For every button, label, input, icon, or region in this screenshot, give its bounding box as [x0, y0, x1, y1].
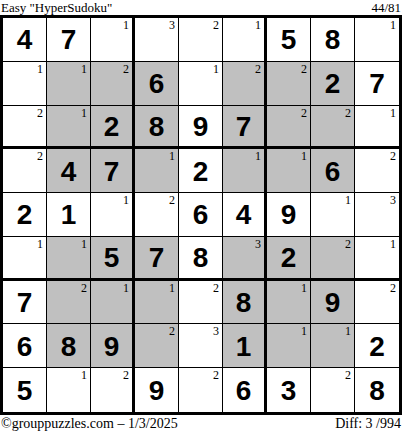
- cell-r1c7: 5: [267, 18, 311, 62]
- given-digit: 6: [236, 377, 252, 405]
- corner-mark: 2: [37, 149, 43, 163]
- cell-r3c2[interactable]: 1: [47, 106, 91, 150]
- cell-r6c7: 2: [267, 237, 311, 281]
- cell-r8c9: 2: [355, 324, 399, 368]
- cell-r2c4: 6: [135, 62, 179, 106]
- puzzle-counter: 44/81: [371, 1, 401, 15]
- given-digit: 7: [369, 70, 385, 98]
- cell-r1c6[interactable]: 1: [223, 18, 267, 62]
- cell-r7c5[interactable]: 2: [179, 281, 223, 325]
- given-digit: 9: [193, 113, 209, 141]
- cell-r9c9: 8: [355, 368, 399, 412]
- given-digit: 2: [17, 201, 33, 229]
- given-digit: 2: [104, 113, 120, 141]
- corner-mark: 1: [37, 237, 43, 251]
- corner-mark: 2: [255, 62, 261, 76]
- cell-r2c1[interactable]: 1: [3, 62, 47, 106]
- given-digit: 2: [369, 333, 385, 361]
- cell-r4c3: 7: [91, 149, 135, 193]
- given-digit: 2: [325, 70, 341, 98]
- cell-r3c1[interactable]: 2: [3, 106, 47, 150]
- cell-r6c4: 7: [135, 237, 179, 281]
- cell-r6c2[interactable]: 1: [47, 237, 91, 281]
- corner-mark: 2: [301, 106, 307, 120]
- corner-mark: 1: [390, 106, 396, 120]
- corner-mark: 1: [81, 237, 87, 251]
- cell-r1c8: 8: [311, 18, 355, 62]
- corner-mark: 2: [37, 106, 43, 120]
- cell-r1c4[interactable]: 3: [135, 18, 179, 62]
- corner-mark: 2: [345, 106, 351, 120]
- difficulty-text: Diff: 3 /994: [335, 416, 401, 432]
- copyright-text: ©grouppuzzles.com – 1/3/2025: [1, 416, 178, 432]
- cell-r7c9[interactable]: 2: [355, 281, 399, 325]
- given-digit: 5: [104, 244, 120, 272]
- corner-mark: 1: [123, 18, 129, 32]
- cell-r1c5[interactable]: 2: [179, 18, 223, 62]
- corner-mark: 2: [301, 62, 307, 76]
- given-digit: 2: [281, 244, 297, 272]
- cell-r4c9[interactable]: 2: [355, 149, 399, 193]
- corner-mark: 2: [390, 149, 396, 163]
- corner-mark: 1: [390, 18, 396, 32]
- given-digit: 6: [193, 201, 209, 229]
- cell-r5c3[interactable]: 1: [91, 193, 135, 237]
- cell-r8c7[interactable]: 1: [267, 324, 311, 368]
- cell-r9c3[interactable]: 2: [91, 368, 135, 412]
- cell-r8c2: 8: [47, 324, 91, 368]
- corner-mark: 2: [390, 281, 396, 295]
- given-digit: 6: [325, 158, 341, 186]
- given-digit: 6: [17, 333, 33, 361]
- cell-r9c4: 9: [135, 368, 179, 412]
- cell-r8c5[interactable]: 3: [179, 324, 223, 368]
- given-digit: 5: [17, 377, 33, 405]
- cell-r8c4[interactable]: 2: [135, 324, 179, 368]
- cell-r3c4: 8: [135, 106, 179, 150]
- cell-r8c8[interactable]: 1: [311, 324, 355, 368]
- given-digit: 7: [61, 26, 77, 54]
- corner-mark: 1: [345, 193, 351, 207]
- given-digit: 8: [236, 289, 252, 317]
- cell-r3c3: 2: [91, 106, 135, 150]
- corner-mark: 1: [213, 62, 219, 76]
- cell-r5c2: 1: [47, 193, 91, 237]
- cell-r5c4[interactable]: 2: [135, 193, 179, 237]
- given-digit: 1: [61, 201, 77, 229]
- cell-r9c8[interactable]: 2: [311, 368, 355, 412]
- given-digit: 7: [104, 158, 120, 186]
- given-digit: 9: [104, 333, 120, 361]
- corner-mark: 2: [169, 324, 175, 338]
- cell-r8c1: 6: [3, 324, 47, 368]
- corner-mark: 1: [123, 281, 129, 295]
- footer: ©grouppuzzles.com – 1/3/2025 Diff: 3 /99…: [0, 415, 402, 434]
- cell-r6c5: 8: [179, 237, 223, 281]
- cell-r4c5: 2: [179, 149, 223, 193]
- corner-mark: 1: [123, 193, 129, 207]
- cell-r2c2[interactable]: 1: [47, 62, 91, 106]
- cell-r5c9[interactable]: 3: [355, 193, 399, 237]
- corner-mark: 1: [37, 62, 43, 76]
- corner-mark: 1: [301, 149, 307, 163]
- given-digit: 8: [369, 377, 385, 405]
- corner-mark: 2: [345, 237, 351, 251]
- cell-r4c2: 4: [47, 149, 91, 193]
- cell-r6c6[interactable]: 3: [223, 237, 267, 281]
- given-digit: 8: [193, 244, 209, 272]
- corner-mark: 1: [81, 368, 87, 382]
- cell-r7c4[interactable]: 1: [135, 281, 179, 325]
- cell-r5c5: 6: [179, 193, 223, 237]
- cell-r4c6[interactable]: 1: [223, 149, 267, 193]
- given-digit: 8: [325, 26, 341, 54]
- corner-mark: 3: [255, 237, 261, 251]
- corner-mark: 1: [81, 62, 87, 76]
- given-digit: 9: [149, 377, 165, 405]
- given-digit: 2: [193, 158, 209, 186]
- given-digit: 6: [149, 70, 165, 98]
- header: Easy "HyperSudoku" 44/81: [0, 0, 402, 15]
- cell-r7c8: 9: [311, 281, 355, 325]
- given-digit: 1: [236, 333, 252, 361]
- corner-mark: 3: [213, 324, 219, 338]
- cell-r9c6: 6: [223, 368, 267, 412]
- cell-r2c3[interactable]: 2: [91, 62, 135, 106]
- given-digit: 9: [281, 201, 297, 229]
- cell-r3c8[interactable]: 2: [311, 106, 355, 150]
- corner-mark: 2: [345, 368, 351, 382]
- corner-mark: 1: [255, 18, 261, 32]
- cell-r3c5: 9: [179, 106, 223, 150]
- cell-r5c8[interactable]: 1: [311, 193, 355, 237]
- cell-r9c5[interactable]: 2: [179, 368, 223, 412]
- given-digit: 8: [61, 333, 77, 361]
- corner-mark: 1: [345, 324, 351, 338]
- cell-r7c6: 8: [223, 281, 267, 325]
- given-digit: 3: [281, 377, 297, 405]
- corner-mark: 2: [123, 368, 129, 382]
- puzzle-page: Easy "HyperSudoku" 44/81 471321581112612…: [0, 0, 402, 437]
- corner-mark: 2: [213, 368, 219, 382]
- corner-mark: 3: [390, 193, 396, 207]
- cell-r9c2[interactable]: 1: [47, 368, 91, 412]
- cell-r1c1: 4: [3, 18, 47, 62]
- cell-r6c1[interactable]: 1: [3, 237, 47, 281]
- cell-r4c8: 6: [311, 149, 355, 193]
- corner-mark: 2: [213, 281, 219, 295]
- cell-r4c1[interactable]: 2: [3, 149, 47, 193]
- corner-mark: 1: [169, 149, 175, 163]
- corner-mark: 2: [81, 281, 87, 295]
- corner-mark: 3: [169, 18, 175, 32]
- cell-r4c7[interactable]: 1: [267, 149, 311, 193]
- corner-mark: 2: [169, 193, 175, 207]
- sudoku-board: 4713215811126122272128972212471211622112…: [0, 15, 402, 415]
- cell-r1c9[interactable]: 1: [355, 18, 399, 62]
- cell-r9c1: 5: [3, 368, 47, 412]
- cell-r1c2: 7: [47, 18, 91, 62]
- corner-mark: 2: [123, 62, 129, 76]
- cell-r5c6: 4: [223, 193, 267, 237]
- cell-r2c9: 7: [355, 62, 399, 106]
- cell-r8c3: 9: [91, 324, 135, 368]
- cell-r8c6: 1: [223, 324, 267, 368]
- given-digit: 7: [149, 244, 165, 272]
- given-digit: 5: [281, 26, 297, 54]
- given-digit: 7: [236, 113, 252, 141]
- cell-r3c9[interactable]: 1: [355, 106, 399, 150]
- cell-r7c3[interactable]: 1: [91, 281, 135, 325]
- given-digit: 7: [17, 289, 33, 317]
- given-digit: 4: [61, 158, 77, 186]
- corner-mark: 1: [255, 149, 261, 163]
- cell-r4c4[interactable]: 1: [135, 149, 179, 193]
- cell-r3c7[interactable]: 2: [267, 106, 311, 150]
- cell-r2c5[interactable]: 1: [179, 62, 223, 106]
- cell-r7c7[interactable]: 1: [267, 281, 311, 325]
- cell-r2c7[interactable]: 2: [267, 62, 311, 106]
- corner-mark: 1: [390, 237, 396, 251]
- cell-r2c6[interactable]: 2: [223, 62, 267, 106]
- cell-r9c7: 3: [267, 368, 311, 412]
- given-digit: 8: [149, 113, 165, 141]
- corner-mark: 1: [81, 106, 87, 120]
- cell-r6c8[interactable]: 2: [311, 237, 355, 281]
- cell-r7c1: 7: [3, 281, 47, 325]
- given-digit: 9: [325, 289, 341, 317]
- given-digit: 4: [236, 201, 252, 229]
- corner-mark: 1: [301, 281, 307, 295]
- cell-r5c7: 9: [267, 193, 311, 237]
- cell-r7c2[interactable]: 2: [47, 281, 91, 325]
- corner-mark: 1: [169, 281, 175, 295]
- cell-r6c9[interactable]: 1: [355, 237, 399, 281]
- corner-mark: 1: [301, 324, 307, 338]
- cell-r2c8: 2: [311, 62, 355, 106]
- corner-mark: 2: [213, 18, 219, 32]
- cell-r3c6: 7: [223, 106, 267, 150]
- cell-r6c3: 5: [91, 237, 135, 281]
- cell-r1c3[interactable]: 1: [91, 18, 135, 62]
- given-digit: 4: [17, 26, 33, 54]
- cell-r5c1: 2: [3, 193, 47, 237]
- puzzle-title: Easy "HyperSudoku": [1, 1, 112, 15]
